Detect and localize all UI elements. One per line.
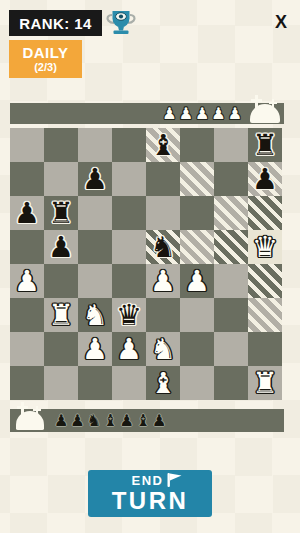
square-b6[interactable]: ♜ (44, 196, 78, 230)
square-c3[interactable]: ♞ (78, 298, 112, 332)
square-g6[interactable] (214, 196, 248, 230)
square-h6[interactable] (248, 196, 282, 230)
square-h3[interactable] (248, 298, 282, 332)
square-e1[interactable]: ♝ (146, 366, 180, 400)
captured-white-pawn: ♟ (195, 105, 209, 123)
square-e4[interactable]: ♟ (146, 264, 180, 298)
black-pawn[interactable]: ♟ (82, 162, 108, 196)
daily-badge[interactable]: DAILY (2/3) (9, 40, 82, 78)
black-queen[interactable]: ♛ (116, 298, 142, 332)
black-pawn[interactable]: ♟ (252, 162, 278, 196)
square-b1[interactable] (44, 366, 78, 400)
captured-black-knight: ♞ (87, 412, 101, 430)
square-e6[interactable] (146, 196, 180, 230)
captured-black-bishop: ♝ (103, 412, 117, 430)
captured-black-pawn: ♟ (152, 412, 166, 430)
square-a3[interactable] (10, 298, 44, 332)
black-pawn[interactable]: ♟ (14, 196, 40, 230)
square-b3[interactable]: ♜ (44, 298, 78, 332)
square-h2[interactable] (248, 332, 282, 366)
square-f4[interactable]: ♟ (180, 264, 214, 298)
square-d1[interactable] (112, 366, 146, 400)
square-b4[interactable] (44, 264, 78, 298)
square-g7[interactable] (214, 162, 248, 196)
captured-white-pawn: ♟ (179, 105, 193, 123)
trophy-eye-icon (104, 6, 138, 40)
black-bishop[interactable]: ♝ (150, 128, 176, 162)
black-rook[interactable]: ♜ (252, 128, 278, 162)
chess-board: ♝♜♟♟♟♜♟♞♛♟♟♟♜♞♛♟♟♞♝♜ (10, 128, 282, 400)
white-pawn[interactable]: ♟ (14, 264, 40, 298)
white-pawn[interactable]: ♟ (184, 264, 210, 298)
white-knight[interactable]: ♞ (150, 332, 176, 366)
square-f3[interactable] (180, 298, 214, 332)
square-e7[interactable] (146, 162, 180, 196)
square-g2[interactable] (214, 332, 248, 366)
square-a8[interactable] (10, 128, 44, 162)
captured-black-tray: ♟♟♞♝♟♝♟ (10, 409, 284, 432)
square-d7[interactable] (112, 162, 146, 196)
square-g1[interactable] (214, 366, 248, 400)
white-pawn[interactable]: ♟ (150, 264, 176, 298)
square-h5[interactable]: ♛ (248, 230, 282, 264)
square-b5[interactable]: ♟ (44, 230, 78, 264)
square-h7[interactable]: ♟ (248, 162, 282, 196)
square-f2[interactable] (180, 332, 214, 366)
square-f6[interactable] (180, 196, 214, 230)
captured-black-pawn: ♟ (119, 412, 133, 430)
captured-white-pawn: ♟ (228, 105, 242, 123)
graveyard-icon (250, 104, 280, 123)
square-b2[interactable] (44, 332, 78, 366)
square-g8[interactable] (214, 128, 248, 162)
white-knight[interactable]: ♞ (82, 298, 108, 332)
square-a4[interactable]: ♟ (10, 264, 44, 298)
rank-badge: RANK: 14 (9, 10, 102, 36)
white-rook[interactable]: ♜ (252, 366, 278, 400)
black-knight[interactable]: ♞ (150, 230, 176, 264)
square-d2[interactable]: ♟ (112, 332, 146, 366)
captured-white-tray: ♟♟♟♟♟ (10, 103, 284, 124)
turn-label: TURN (112, 489, 189, 513)
square-e2[interactable]: ♞ (146, 332, 180, 366)
square-c2[interactable]: ♟ (78, 332, 112, 366)
square-d5[interactable] (112, 230, 146, 264)
captured-black-pawn: ♟ (54, 412, 68, 430)
captured-white-pawn: ♟ (162, 105, 176, 123)
black-rook[interactable]: ♜ (48, 196, 74, 230)
square-h4[interactable] (248, 264, 282, 298)
square-d8[interactable] (112, 128, 146, 162)
square-f5[interactable] (180, 230, 214, 264)
graveyard-icon (16, 411, 44, 430)
square-c4[interactable] (78, 264, 112, 298)
square-a5[interactable] (10, 230, 44, 264)
square-g3[interactable] (214, 298, 248, 332)
square-f7[interactable] (180, 162, 214, 196)
square-b7[interactable] (44, 162, 78, 196)
square-c6[interactable] (78, 196, 112, 230)
close-button[interactable]: X (268, 9, 294, 35)
white-pawn[interactable]: ♟ (116, 332, 142, 366)
square-d4[interactable] (112, 264, 146, 298)
square-g4[interactable] (214, 264, 248, 298)
square-a7[interactable] (10, 162, 44, 196)
square-d3[interactable]: ♛ (112, 298, 146, 332)
pennant-flag-icon (165, 473, 182, 488)
white-bishop[interactable]: ♝ (150, 366, 176, 400)
square-c5[interactable] (78, 230, 112, 264)
end-label: END (132, 474, 164, 487)
square-b8[interactable] (44, 128, 78, 162)
square-a1[interactable] (10, 366, 44, 400)
square-c8[interactable] (78, 128, 112, 162)
daily-label: DAILY (22, 45, 68, 60)
captured-black-pawn: ♟ (70, 412, 84, 430)
rank-label: RANK: 14 (19, 15, 91, 32)
white-queen[interactable]: ♛ (252, 230, 278, 264)
square-d6[interactable] (112, 196, 146, 230)
square-e5[interactable]: ♞ (146, 230, 180, 264)
square-f8[interactable] (180, 128, 214, 162)
square-a6[interactable]: ♟ (10, 196, 44, 230)
square-e8[interactable]: ♝ (146, 128, 180, 162)
end-turn-button[interactable]: END TURN (88, 470, 212, 517)
square-f1[interactable] (180, 366, 214, 400)
square-g5[interactable] (214, 230, 248, 264)
square-c7[interactable]: ♟ (78, 162, 112, 196)
captured-black-bishop: ♝ (136, 412, 150, 430)
square-h8[interactable]: ♜ (248, 128, 282, 162)
square-a2[interactable] (10, 332, 44, 366)
daily-progress: (2/3) (34, 62, 57, 73)
captured-white-pawn: ♟ (211, 105, 225, 123)
app-screen: RANK: 14 X DAILY (2/3) ♟♟♟♟♟ ♝♜♟♟♟♜♟♞♛♟♟… (0, 0, 300, 533)
square-h1[interactable]: ♜ (248, 366, 282, 400)
black-pawn[interactable]: ♟ (48, 230, 74, 264)
square-e3[interactable] (146, 298, 180, 332)
white-rook[interactable]: ♜ (48, 298, 74, 332)
square-c1[interactable] (78, 366, 112, 400)
white-pawn[interactable]: ♟ (82, 332, 108, 366)
